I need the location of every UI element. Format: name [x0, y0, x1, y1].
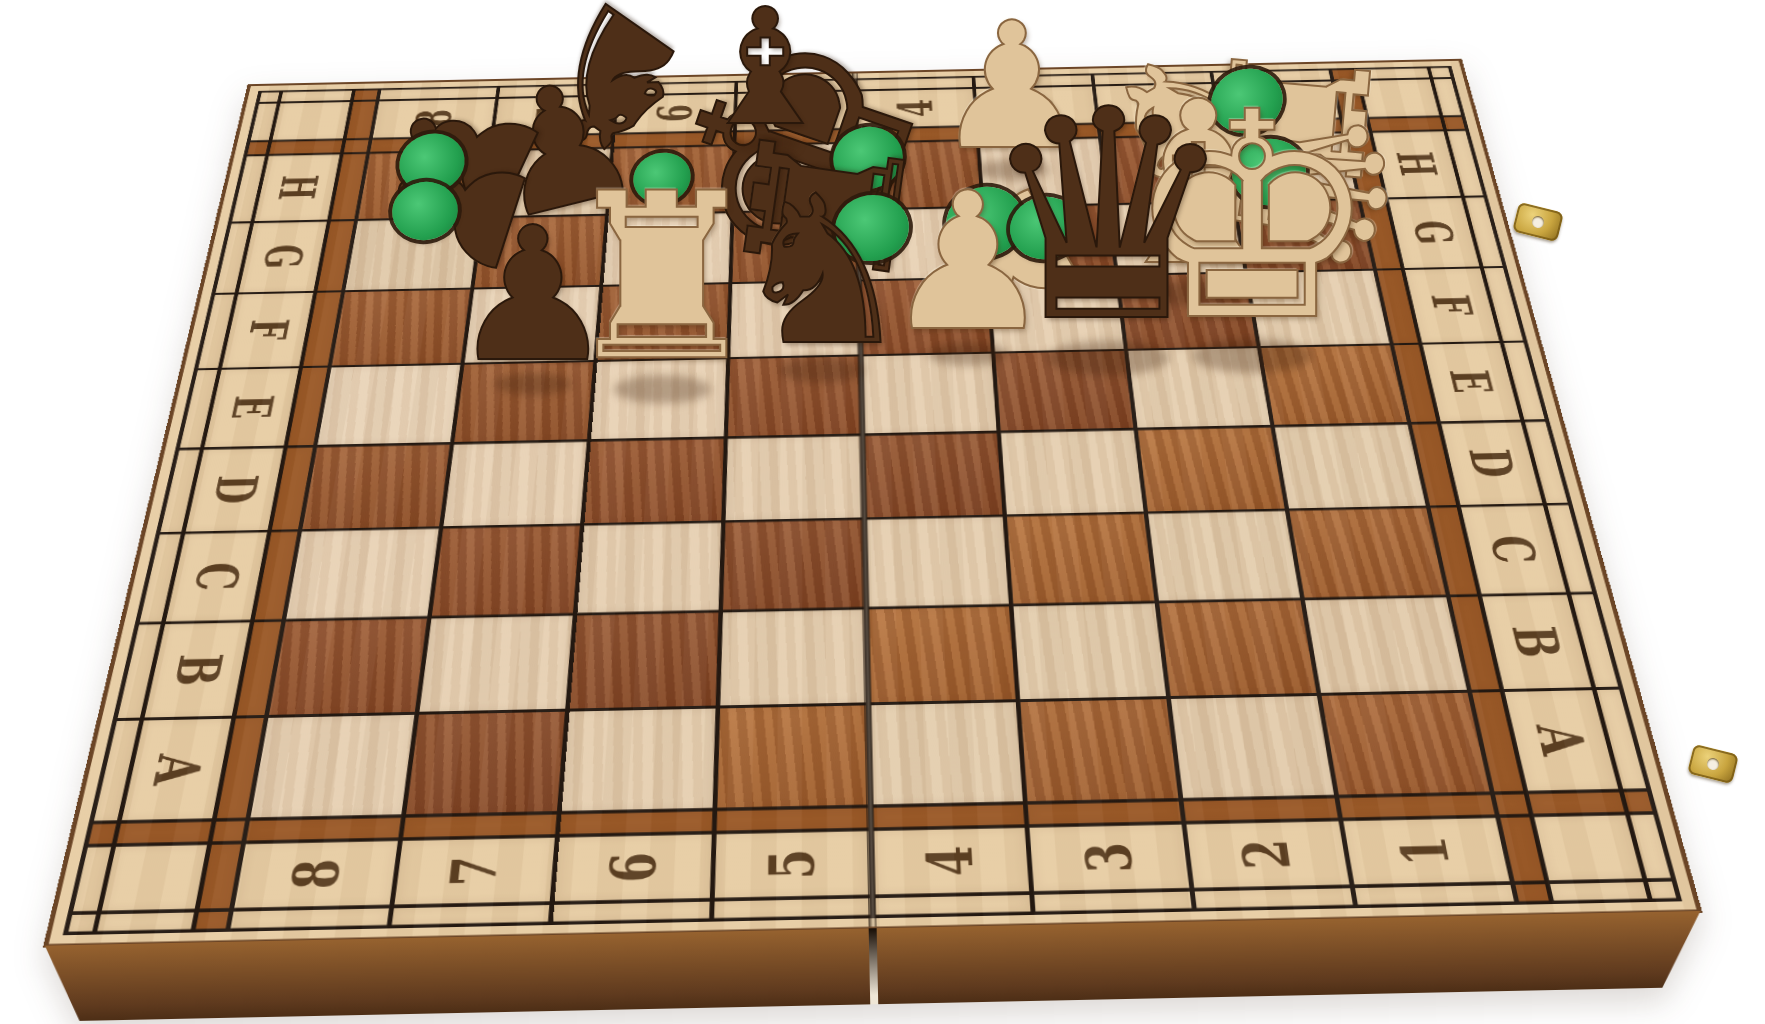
- border-pinstripe: [1332, 70, 1356, 80]
- rank-label-top-1: 1: [1251, 91, 1302, 109]
- rank-label-cell: 2: [1187, 821, 1350, 888]
- border-pinstripe: [979, 125, 1098, 139]
- border-wood: [260, 92, 280, 102]
- square-a3: [1021, 699, 1179, 801]
- file-label-left-G: G: [256, 244, 311, 269]
- rank-label-bottom-7: 7: [442, 855, 508, 887]
- border-wood: [272, 102, 350, 140]
- square-e1: [1261, 345, 1407, 424]
- square-a2: [1171, 696, 1334, 798]
- border-pinstripe: [354, 90, 378, 100]
- square-d1: [1275, 424, 1426, 508]
- square-h8: [358, 152, 488, 220]
- border-pinstripe: [1369, 118, 1443, 131]
- border-pinstripe: [1624, 792, 1652, 812]
- file-label-right-G: G: [1405, 220, 1461, 245]
- rank-label-top-4: 4: [892, 99, 940, 117]
- rank-label-top-8: 8: [409, 109, 459, 127]
- square-g5: [732, 211, 857, 282]
- border-wood: [1358, 68, 1429, 79]
- border-wood: [281, 91, 352, 102]
- file-label-right-E: E: [1441, 369, 1500, 394]
- square-f2: [1119, 273, 1256, 348]
- rank-label-top-6: 6: [651, 104, 700, 122]
- file-label-cell: G: [1388, 198, 1479, 268]
- square-e6: [591, 359, 726, 439]
- file-label-right-H: H: [1389, 151, 1444, 177]
- square-h4: [858, 141, 981, 208]
- square-b3: [1014, 604, 1166, 700]
- square-f1: [1248, 271, 1389, 346]
- file-label-right-C: C: [1481, 535, 1545, 564]
- file-label-cell: E: [204, 368, 298, 447]
- square-g2: [1110, 203, 1243, 274]
- border-wood: [97, 912, 194, 931]
- file-label-right-F: F: [1423, 294, 1480, 316]
- border-pinstripe: [246, 818, 400, 841]
- square-b2: [1159, 601, 1316, 696]
- rank-label-cell: 6: [615, 94, 734, 133]
- border-pinstripe: [370, 138, 490, 152]
- square-g7: [474, 216, 604, 287]
- square-b5: [720, 610, 866, 706]
- file-label-right-A: A: [1527, 724, 1595, 756]
- square-g4: [860, 208, 986, 279]
- border-pinstripe: [1028, 801, 1181, 824]
- square-b7: [419, 616, 572, 712]
- border-pinstripe: [1222, 120, 1342, 134]
- board-scene: 87654321HHGGFFEEDDCCBBAA87654321: [23, 0, 1702, 948]
- rank-label-cell: 4: [873, 828, 1029, 895]
- border-pinstripe: [492, 135, 611, 149]
- border-wood: [1094, 73, 1211, 85]
- square-h7: [484, 149, 611, 216]
- border-pinstripe: [247, 142, 268, 154]
- file-label-cell: H: [1373, 132, 1461, 198]
- square-a1: [1322, 693, 1490, 795]
- border-wood: [874, 895, 1030, 915]
- chess-set-photo: 87654321HHGGFFEEDDCCBBAA87654321 ♟♜♞♟♛♝♚…: [0, 0, 1765, 1024]
- chess-board: 87654321HHGGFFEEDDCCBBAA87654321: [43, 59, 1703, 948]
- fold-gap: [869, 928, 879, 1004]
- border-pinstripe: [560, 811, 712, 834]
- border-wood: [618, 83, 734, 95]
- square-d8: [302, 444, 449, 529]
- border-pinstripe: [347, 101, 376, 138]
- border-pinstripe: [716, 808, 868, 831]
- square-g8: [345, 219, 479, 290]
- rank-label-cell: 1: [1343, 818, 1509, 885]
- square-f7: [465, 287, 599, 362]
- border-pinstripe: [1339, 795, 1494, 818]
- border-pinstripe: [1495, 794, 1528, 814]
- border-wood: [68, 914, 96, 931]
- file-label-right-D: D: [1460, 448, 1522, 478]
- square-e5: [728, 356, 860, 436]
- rank-label-cell: 4: [857, 89, 975, 128]
- square-b1: [1305, 598, 1467, 693]
- border-wood: [1213, 70, 1330, 82]
- border-wood: [231, 908, 389, 928]
- border-wood: [553, 902, 710, 922]
- square-g1: [1236, 200, 1373, 271]
- border-wood: [1430, 68, 1450, 78]
- border-wood: [499, 85, 615, 97]
- square-f3: [990, 276, 1124, 351]
- border-pinstripe: [89, 824, 117, 844]
- square-f6: [597, 284, 728, 359]
- square-c6: [577, 523, 721, 613]
- square-b4: [868, 607, 1016, 703]
- rank-label-top-3: 3: [1011, 96, 1060, 114]
- square-a8: [251, 715, 415, 818]
- rank-label-cell: 8: [234, 841, 397, 908]
- rank-label-top-2: 2: [1131, 94, 1181, 112]
- file-label-cell: E: [1423, 343, 1520, 421]
- border-wood: [1035, 891, 1192, 911]
- rank-label-cell: 3: [976, 86, 1096, 125]
- border-wood: [380, 88, 497, 100]
- border-pinstripe: [1343, 119, 1368, 131]
- border-pinstripe: [614, 132, 733, 146]
- border-pinstripe: [858, 127, 976, 141]
- rank-label-bottom-6: 6: [601, 852, 665, 884]
- border-pinstripe: [1444, 117, 1465, 129]
- border-wood: [392, 905, 549, 925]
- rank-label-cell: 5: [737, 91, 855, 130]
- file-label-cell: H: [254, 155, 339, 222]
- square-e7: [454, 362, 593, 442]
- rank-label-cell: 3: [1030, 824, 1190, 891]
- rank-label-cell: 1: [1215, 81, 1339, 120]
- rank-label-cell: 7: [494, 96, 614, 135]
- board-tilt-wrapper: 87654321HHGGFFEEDDCCBBAA87654321: [0, 0, 1765, 1024]
- border-wood: [738, 80, 854, 92]
- square-a6: [561, 709, 715, 811]
- square-d2: [1138, 427, 1285, 511]
- border-wood: [1648, 881, 1676, 898]
- file-label-cell: D: [186, 448, 284, 532]
- square-h5: [734, 144, 855, 211]
- square-d4: [864, 433, 1002, 517]
- border-wood: [102, 845, 207, 911]
- square-e4: [863, 354, 997, 434]
- border-pinstripe: [873, 805, 1025, 828]
- square-b8: [269, 619, 427, 715]
- square-g6: [603, 213, 730, 284]
- square-h6: [609, 146, 732, 213]
- file-label-left-F: F: [240, 319, 296, 341]
- square-c3: [1007, 514, 1154, 604]
- rank-label-cell: 6: [554, 834, 711, 901]
- square-e2: [1128, 348, 1270, 427]
- border-pinstripe: [1100, 122, 1220, 136]
- square-e8: [318, 365, 461, 445]
- rank-label-cell: 8: [373, 99, 495, 138]
- file-label-cell: B: [145, 623, 250, 718]
- rank-label-bottom-8: 8: [283, 858, 350, 890]
- square-h1: [1224, 134, 1357, 201]
- border-pinstripe: [196, 912, 229, 929]
- file-label-cell: C: [166, 533, 267, 622]
- rank-label-cell: 2: [1096, 84, 1218, 123]
- square-d7: [443, 441, 586, 526]
- file-label-cell: F: [222, 293, 313, 367]
- border-wood: [714, 898, 870, 918]
- border-pinstripe: [1184, 798, 1338, 821]
- square-c7: [432, 526, 580, 616]
- rank-label-bottom-1: 1: [1392, 835, 1461, 866]
- square-h3: [980, 139, 1106, 206]
- square-d6: [584, 439, 723, 524]
- border-wood: [1534, 815, 1642, 880]
- square-c1: [1290, 508, 1446, 597]
- square-c8: [286, 529, 438, 619]
- square-e3: [996, 351, 1134, 430]
- file-label-left-H: H: [270, 175, 324, 201]
- rank-label-top-7: 7: [530, 106, 579, 124]
- square-b6: [570, 613, 718, 709]
- square-a5: [717, 706, 868, 808]
- border-pinstripe: [736, 130, 854, 144]
- border-pinstripe: [269, 141, 342, 155]
- rank-label-bottom-3: 3: [1076, 842, 1142, 873]
- square-f8: [332, 290, 470, 365]
- border-wood: [857, 78, 973, 90]
- file-label-cell: D: [1441, 422, 1542, 505]
- border-wood: [1550, 882, 1647, 901]
- rank-label-bottom-4: 4: [919, 845, 983, 876]
- rank-label-bottom-2: 2: [1234, 839, 1301, 870]
- border-pinstripe: [1529, 792, 1625, 814]
- square-c5: [723, 520, 864, 610]
- border-pinstripe: [344, 140, 369, 153]
- border-pinstripe: [1515, 884, 1549, 901]
- square-a4: [870, 702, 1023, 804]
- file-label-cell: G: [239, 222, 327, 292]
- square-f5: [730, 282, 859, 357]
- file-label-right-B: B: [1503, 625, 1569, 658]
- file-label-cell: F: [1405, 268, 1499, 342]
- square-a7: [406, 712, 565, 814]
- rank-label-cell: 5: [714, 831, 869, 898]
- border-pinstripe: [403, 814, 556, 837]
- file-label-left-C: C: [186, 562, 249, 592]
- file-label-left-D: D: [205, 474, 266, 504]
- file-label-left-A: A: [144, 752, 211, 785]
- square-f4: [861, 279, 991, 354]
- border-wood: [976, 75, 1092, 87]
- square-c4: [866, 517, 1009, 607]
- file-label-cell: A: [122, 719, 231, 820]
- square-h2: [1102, 136, 1231, 203]
- border-wood: [1360, 79, 1439, 117]
- rank-label-bottom-5: 5: [761, 848, 824, 879]
- square-c2: [1148, 511, 1300, 601]
- border-pinstripe: [117, 822, 212, 844]
- border-pinstripe: [212, 821, 245, 841]
- border-wood: [1355, 885, 1514, 905]
- file-label-left-B: B: [165, 653, 230, 686]
- border-pinstripe: [1335, 81, 1366, 118]
- border-wood: [1195, 888, 1353, 908]
- square-d3: [1001, 430, 1144, 514]
- square-d5: [725, 436, 862, 521]
- square-g3: [985, 206, 1115, 277]
- rank-label-cell: 7: [394, 838, 554, 905]
- rank-label-top-5: 5: [771, 101, 819, 119]
- file-label-left-E: E: [223, 394, 281, 419]
